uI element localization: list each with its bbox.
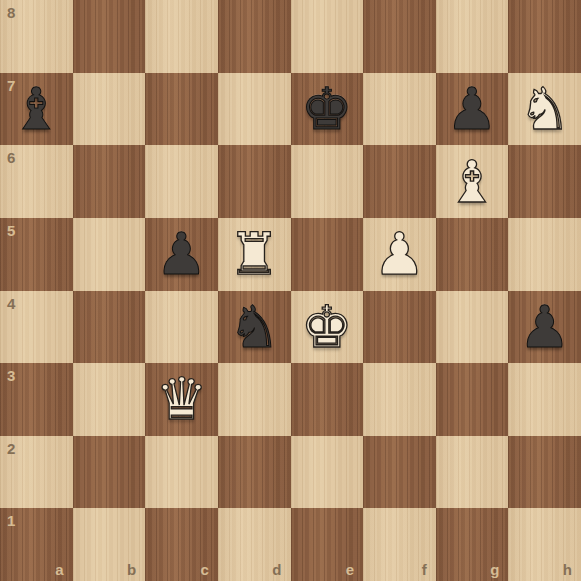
- square-c8[interactable]: [145, 0, 218, 73]
- square-h6[interactable]: [508, 145, 581, 218]
- square-a8[interactable]: 8: [0, 0, 73, 73]
- square-b8[interactable]: [73, 0, 146, 73]
- chess-board: 87♝♚♟♞6♝5♟♜♟4♞♚♟3♛21abcdefgh: [0, 0, 581, 581]
- rank-label-6: 6: [7, 150, 15, 165]
- square-f3[interactable]: [363, 363, 436, 436]
- square-f1[interactable]: f: [363, 508, 436, 581]
- square-c2[interactable]: [145, 436, 218, 509]
- square-c6[interactable]: [145, 145, 218, 218]
- square-b2[interactable]: [73, 436, 146, 509]
- square-d6[interactable]: [218, 145, 291, 218]
- square-e6[interactable]: [291, 145, 364, 218]
- square-h2[interactable]: [508, 436, 581, 509]
- square-b5[interactable]: [73, 218, 146, 291]
- square-g7[interactable]: ♟: [436, 73, 509, 146]
- square-h8[interactable]: [508, 0, 581, 73]
- white-bishop[interactable]: ♝: [446, 153, 498, 211]
- white-rook[interactable]: ♜: [228, 225, 280, 283]
- square-d1[interactable]: d: [218, 508, 291, 581]
- square-d8[interactable]: [218, 0, 291, 73]
- square-g3[interactable]: [436, 363, 509, 436]
- square-a7[interactable]: 7♝: [0, 73, 73, 146]
- white-knight[interactable]: ♞: [519, 80, 571, 138]
- square-b3[interactable]: [73, 363, 146, 436]
- square-g4[interactable]: [436, 291, 509, 364]
- black-pawn[interactable]: ♟: [519, 298, 571, 356]
- square-a3[interactable]: 3: [0, 363, 73, 436]
- square-f4[interactable]: [363, 291, 436, 364]
- square-c1[interactable]: c: [145, 508, 218, 581]
- square-f2[interactable]: [363, 436, 436, 509]
- square-b1[interactable]: b: [73, 508, 146, 581]
- black-pawn[interactable]: ♟: [446, 80, 498, 138]
- square-h4[interactable]: ♟: [508, 291, 581, 364]
- file-label-b: b: [127, 562, 136, 577]
- square-c3[interactable]: ♛: [145, 363, 218, 436]
- square-f5[interactable]: ♟: [363, 218, 436, 291]
- square-b4[interactable]: [73, 291, 146, 364]
- square-g5[interactable]: [436, 218, 509, 291]
- square-d2[interactable]: [218, 436, 291, 509]
- file-label-g: g: [490, 562, 499, 577]
- square-e3[interactable]: [291, 363, 364, 436]
- square-d3[interactable]: [218, 363, 291, 436]
- square-e5[interactable]: [291, 218, 364, 291]
- square-e8[interactable]: [291, 0, 364, 73]
- square-g6[interactable]: ♝: [436, 145, 509, 218]
- square-f8[interactable]: [363, 0, 436, 73]
- square-c4[interactable]: [145, 291, 218, 364]
- square-d7[interactable]: [218, 73, 291, 146]
- file-label-d: d: [272, 562, 281, 577]
- square-e7[interactable]: ♚: [291, 73, 364, 146]
- file-label-c: c: [201, 562, 209, 577]
- square-e1[interactable]: e: [291, 508, 364, 581]
- square-f7[interactable]: [363, 73, 436, 146]
- square-d4[interactable]: ♞: [218, 291, 291, 364]
- rank-label-2: 2: [7, 441, 15, 456]
- square-a2[interactable]: 2: [0, 436, 73, 509]
- black-king[interactable]: ♚: [301, 80, 353, 138]
- square-a1[interactable]: 1a: [0, 508, 73, 581]
- rank-label-4: 4: [7, 296, 15, 311]
- white-pawn[interactable]: ♟: [373, 225, 425, 283]
- square-g2[interactable]: [436, 436, 509, 509]
- file-label-f: f: [422, 562, 427, 577]
- square-c7[interactable]: [145, 73, 218, 146]
- file-label-e: e: [346, 562, 354, 577]
- square-a5[interactable]: 5: [0, 218, 73, 291]
- file-label-a: a: [55, 562, 63, 577]
- rank-label-5: 5: [7, 223, 15, 238]
- black-pawn[interactable]: ♟: [156, 225, 208, 283]
- file-label-h: h: [563, 562, 572, 577]
- square-h1[interactable]: h: [508, 508, 581, 581]
- square-h3[interactable]: [508, 363, 581, 436]
- square-e2[interactable]: [291, 436, 364, 509]
- rank-label-8: 8: [7, 5, 15, 20]
- square-h7[interactable]: ♞: [508, 73, 581, 146]
- square-g1[interactable]: g: [436, 508, 509, 581]
- square-h5[interactable]: [508, 218, 581, 291]
- rank-label-3: 3: [7, 368, 15, 383]
- white-queen[interactable]: ♛: [156, 370, 208, 428]
- square-d5[interactable]: ♜: [218, 218, 291, 291]
- square-c5[interactable]: ♟: [145, 218, 218, 291]
- white-king[interactable]: ♚: [301, 298, 353, 356]
- square-a4[interactable]: 4: [0, 291, 73, 364]
- square-b6[interactable]: [73, 145, 146, 218]
- square-f6[interactable]: [363, 145, 436, 218]
- square-g8[interactable]: [436, 0, 509, 73]
- square-e4[interactable]: ♚: [291, 291, 364, 364]
- square-a6[interactable]: 6: [0, 145, 73, 218]
- black-knight[interactable]: ♞: [228, 298, 280, 356]
- square-b7[interactable]: [73, 73, 146, 146]
- rank-label-1: 1: [7, 513, 15, 528]
- black-bishop[interactable]: ♝: [10, 80, 62, 138]
